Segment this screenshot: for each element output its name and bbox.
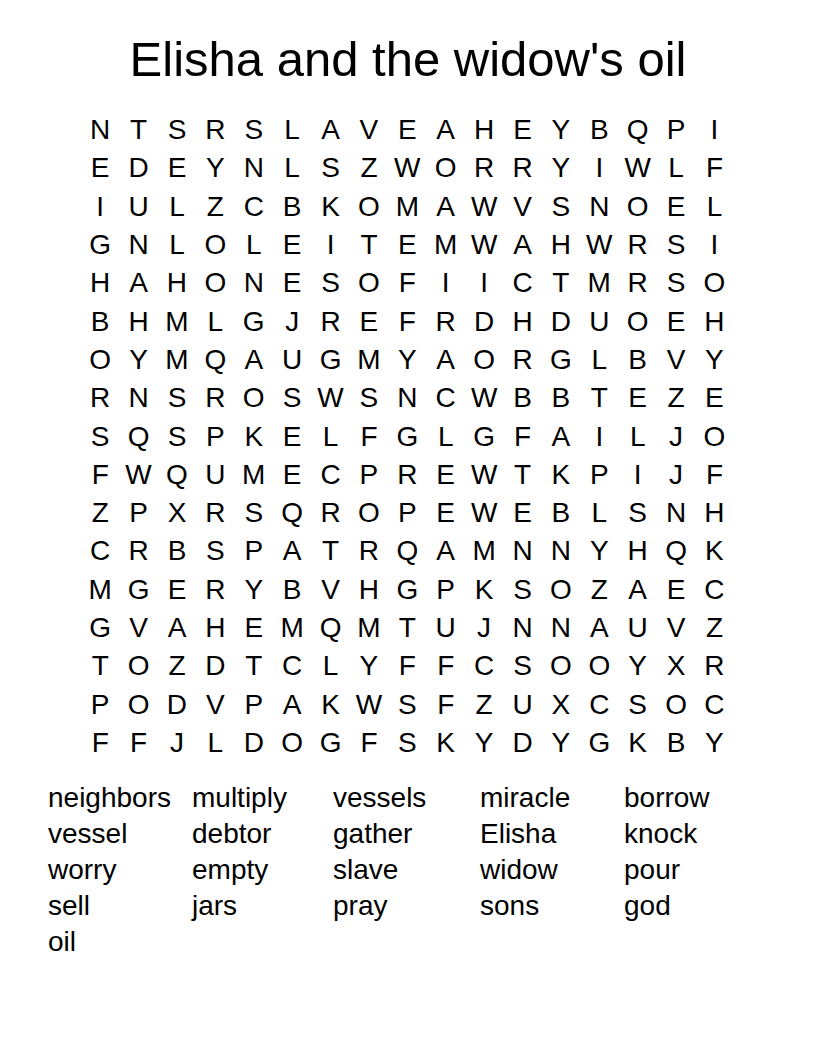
grid-cell-r7c12: R: [503, 341, 541, 379]
grid-cell-r15c7: L: [311, 647, 349, 685]
grid-cell-r5c12: C: [503, 264, 541, 302]
grid-cell-r4c11: W: [465, 226, 503, 264]
grid-cell-r8c4: R: [196, 379, 234, 417]
grid-cell-r10c2: W: [119, 456, 157, 494]
grid-cell-r15c9: F: [388, 647, 426, 685]
grid-cell-r6c8: E: [350, 302, 388, 340]
grid-cell-r11c3: X: [158, 494, 196, 532]
grid-cell-r12c8: R: [350, 532, 388, 570]
grid-cell-r6c1: B: [81, 302, 119, 340]
grid-cell-r2c13: Y: [542, 149, 580, 187]
grid-cell-r6c7: R: [311, 302, 349, 340]
word-list-column-5: borrowknockpourgod: [624, 780, 788, 960]
grid-cell-r14c4: H: [196, 609, 234, 647]
word-item: pray: [333, 888, 480, 924]
grid-cell-r14c12: N: [503, 609, 541, 647]
grid-cell-r7c9: Y: [388, 341, 426, 379]
word-item: Elisha: [480, 816, 624, 852]
grid-cell-r10c5: M: [235, 456, 273, 494]
grid-cell-r9c9: G: [388, 417, 426, 455]
grid-cell-r13c7: V: [311, 571, 349, 609]
grid-cell-r1c7: A: [311, 111, 349, 149]
grid-cell-r11c14: L: [580, 494, 618, 532]
word-item: sons: [480, 888, 624, 924]
grid-cell-r16c9: S: [388, 685, 426, 723]
grid-cell-r10c14: P: [580, 456, 618, 494]
grid-cell-r16c1: P: [81, 685, 119, 723]
grid-cell-r2c6: L: [273, 149, 311, 187]
grid-cell-r12c2: R: [119, 532, 157, 570]
grid-cell-r14c11: J: [465, 609, 503, 647]
grid-cell-r6c3: M: [158, 302, 196, 340]
word-item: borrow: [624, 780, 788, 816]
grid-cell-r8c16: Z: [657, 379, 695, 417]
word-item: debtor: [192, 816, 333, 852]
grid-cell-r6c12: H: [503, 302, 541, 340]
grid-cell-r5c11: I: [465, 264, 503, 302]
grid-cell-r17c12: D: [503, 724, 541, 762]
grid-cell-r5c5: N: [235, 264, 273, 302]
grid-cell-r16c5: P: [235, 685, 273, 723]
grid-cell-r5c10: I: [427, 264, 465, 302]
grid-cell-r1c8: V: [350, 111, 388, 149]
grid-cell-r1c17: I: [695, 111, 733, 149]
word-list-column-3: vesselsgatherslavepray: [333, 780, 480, 960]
grid-cell-r2c5: N: [235, 149, 273, 187]
grid-cell-r12c7: T: [311, 532, 349, 570]
grid-cell-r10c12: T: [503, 456, 541, 494]
grid-cell-r4c1: G: [81, 226, 119, 264]
grid-cell-r8c17: E: [695, 379, 733, 417]
grid-cell-r2c12: R: [503, 149, 541, 187]
grid-cell-r4c15: R: [618, 226, 656, 264]
grid-cell-r12c4: S: [196, 532, 234, 570]
word-item: neighbors: [48, 780, 192, 816]
grid-cell-r9c12: F: [503, 417, 541, 455]
grid-cell-r7c4: Q: [196, 341, 234, 379]
grid-cell-r13c15: A: [618, 571, 656, 609]
word-item: god: [624, 888, 788, 924]
word-item: pour: [624, 852, 788, 888]
grid-cell-r2c2: D: [119, 149, 157, 187]
grid-cell-r1c5: S: [235, 111, 273, 149]
grid-cell-r12c11: M: [465, 532, 503, 570]
grid-cell-r14c13: N: [542, 609, 580, 647]
grid-cell-r9c3: S: [158, 417, 196, 455]
grid-cell-r13c6: B: [273, 571, 311, 609]
grid-cell-r1c16: P: [657, 111, 695, 149]
grid-cell-r12c9: Q: [388, 532, 426, 570]
grid-cell-r11c7: R: [311, 494, 349, 532]
grid-cell-r9c2: Q: [119, 417, 157, 455]
grid-cell-r5c13: T: [542, 264, 580, 302]
word-list: neighborsvesselworryselloilmultiplydebto…: [48, 780, 788, 960]
grid-cell-r10c1: F: [81, 456, 119, 494]
grid-cell-r8c11: W: [465, 379, 503, 417]
grid-cell-r17c10: K: [427, 724, 465, 762]
word-search-grid: NTSRSLAVEAHEYBQPIEDEYNLSZWORRYIWLFIULZCB…: [81, 111, 734, 762]
grid-cell-r17c8: F: [350, 724, 388, 762]
grid-cell-r5c14: M: [580, 264, 618, 302]
grid-cell-r3c11: W: [465, 188, 503, 226]
grid-cell-r11c6: Q: [273, 494, 311, 532]
grid-cell-r15c13: O: [542, 647, 580, 685]
grid-cell-r7c17: Y: [695, 341, 733, 379]
grid-cell-r16c7: K: [311, 685, 349, 723]
grid-cell-r14c14: A: [580, 609, 618, 647]
grid-cell-r10c8: P: [350, 456, 388, 494]
grid-cell-r13c16: E: [657, 571, 695, 609]
grid-cell-r8c1: R: [81, 379, 119, 417]
grid-cell-r12c6: A: [273, 532, 311, 570]
grid-cell-r3c16: E: [657, 188, 695, 226]
word-list-column-4: miracleElishawidowsons: [480, 780, 624, 960]
grid-cell-r5c7: S: [311, 264, 349, 302]
grid-cell-r12c5: P: [235, 532, 273, 570]
grid-cell-r13c4: R: [196, 571, 234, 609]
grid-cell-r9c1: S: [81, 417, 119, 455]
grid-cell-r7c11: O: [465, 341, 503, 379]
grid-cell-r4c3: L: [158, 226, 196, 264]
grid-cell-r3c14: N: [580, 188, 618, 226]
grid-cell-r2c9: W: [388, 149, 426, 187]
grid-cell-r11c16: N: [657, 494, 695, 532]
grid-cell-r17c17: Y: [695, 724, 733, 762]
grid-cell-r12c14: Y: [580, 532, 618, 570]
word-item: oil: [48, 924, 192, 960]
grid-cell-r1c6: L: [273, 111, 311, 149]
grid-cell-r15c2: O: [119, 647, 157, 685]
grid-cell-r14c9: T: [388, 609, 426, 647]
grid-cell-r14c1: G: [81, 609, 119, 647]
grid-cell-r8c14: T: [580, 379, 618, 417]
grid-cell-r11c15: S: [618, 494, 656, 532]
grid-cell-r10c9: R: [388, 456, 426, 494]
grid-cell-r3c3: L: [158, 188, 196, 226]
grid-cell-r6c10: R: [427, 302, 465, 340]
grid-cell-r5c15: R: [618, 264, 656, 302]
grid-cell-r14c15: U: [618, 609, 656, 647]
grid-cell-r16c16: O: [657, 685, 695, 723]
grid-cell-r5c8: O: [350, 264, 388, 302]
grid-cell-r4c5: L: [235, 226, 273, 264]
grid-cell-r7c7: G: [311, 341, 349, 379]
grid-cell-r12c15: H: [618, 532, 656, 570]
grid-cell-r6c5: G: [235, 302, 273, 340]
grid-cell-r1c14: B: [580, 111, 618, 149]
grid-cell-r10c3: Q: [158, 456, 196, 494]
grid-cell-r12c13: N: [542, 532, 580, 570]
grid-cell-r16c6: A: [273, 685, 311, 723]
grid-cell-r2c17: F: [695, 149, 733, 187]
grid-cell-r11c5: S: [235, 494, 273, 532]
grid-cell-r3c7: K: [311, 188, 349, 226]
grid-cell-r7c10: A: [427, 341, 465, 379]
grid-cell-r9c11: G: [465, 417, 503, 455]
grid-cell-r12c12: N: [503, 532, 541, 570]
grid-cell-r9c13: A: [542, 417, 580, 455]
grid-cell-r15c17: R: [695, 647, 733, 685]
grid-cell-r14c6: M: [273, 609, 311, 647]
grid-cell-r7c1: O: [81, 341, 119, 379]
grid-cell-r6c2: H: [119, 302, 157, 340]
grid-cell-r6c14: U: [580, 302, 618, 340]
grid-cell-r8c15: E: [618, 379, 656, 417]
grid-cell-r3c12: V: [503, 188, 541, 226]
grid-cell-r3c17: L: [695, 188, 733, 226]
word-item: multiply: [192, 780, 333, 816]
grid-cell-r14c16: V: [657, 609, 695, 647]
grid-cell-r17c4: L: [196, 724, 234, 762]
grid-cell-r15c6: C: [273, 647, 311, 685]
grid-cell-r8c12: B: [503, 379, 541, 417]
grid-cell-r3c6: B: [273, 188, 311, 226]
grid-cell-r13c14: Z: [580, 571, 618, 609]
grid-cell-r16c8: W: [350, 685, 388, 723]
grid-cell-r16c14: C: [580, 685, 618, 723]
grid-cell-r6c4: L: [196, 302, 234, 340]
grid-cell-r17c16: B: [657, 724, 695, 762]
grid-cell-r2c15: W: [618, 149, 656, 187]
grid-cell-r13c5: Y: [235, 571, 273, 609]
grid-cell-r13c11: K: [465, 571, 503, 609]
grid-cell-r11c9: P: [388, 494, 426, 532]
grid-cell-r9c16: J: [657, 417, 695, 455]
grid-cell-r5c16: S: [657, 264, 695, 302]
grid-cell-r4c12: A: [503, 226, 541, 264]
grid-cell-r15c1: T: [81, 647, 119, 685]
grid-cell-r17c6: O: [273, 724, 311, 762]
grid-cell-r8c9: N: [388, 379, 426, 417]
grid-cell-r12c10: A: [427, 532, 465, 570]
grid-cell-r14c5: E: [235, 609, 273, 647]
grid-cell-r2c10: O: [427, 149, 465, 187]
grid-cell-r6c17: H: [695, 302, 733, 340]
grid-cell-r5c4: O: [196, 264, 234, 302]
grid-cell-r8c6: S: [273, 379, 311, 417]
grid-cell-r11c10: E: [427, 494, 465, 532]
grid-cell-r1c3: S: [158, 111, 196, 149]
grid-cell-r17c7: G: [311, 724, 349, 762]
grid-cell-r11c12: E: [503, 494, 541, 532]
grid-cell-r17c13: Y: [542, 724, 580, 762]
grid-cell-r13c10: P: [427, 571, 465, 609]
grid-cell-r17c2: F: [119, 724, 157, 762]
grid-cell-r16c2: O: [119, 685, 157, 723]
grid-cell-r15c10: F: [427, 647, 465, 685]
grid-cell-r9c6: E: [273, 417, 311, 455]
grid-cell-r5c3: H: [158, 264, 196, 302]
grid-cell-r15c16: X: [657, 647, 695, 685]
grid-cell-r10c13: K: [542, 456, 580, 494]
grid-cell-r10c17: F: [695, 456, 733, 494]
word-item: widow: [480, 852, 624, 888]
grid-cell-r13c8: H: [350, 571, 388, 609]
grid-cell-r7c15: B: [618, 341, 656, 379]
word-item: jars: [192, 888, 333, 924]
grid-cell-r10c11: W: [465, 456, 503, 494]
grid-cell-r15c3: Z: [158, 647, 196, 685]
grid-cell-r2c14: I: [580, 149, 618, 187]
grid-cell-r13c1: M: [81, 571, 119, 609]
grid-cell-r1c12: E: [503, 111, 541, 149]
grid-cell-r6c9: F: [388, 302, 426, 340]
grid-cell-r16c13: X: [542, 685, 580, 723]
grid-cell-r16c3: D: [158, 685, 196, 723]
grid-cell-r16c15: S: [618, 685, 656, 723]
grid-cell-r9c17: O: [695, 417, 733, 455]
word-list-column-2: multiplydebtoremptyjars: [192, 780, 333, 960]
grid-cell-r9c15: L: [618, 417, 656, 455]
grid-cell-r7c3: M: [158, 341, 196, 379]
grid-cell-r3c5: C: [235, 188, 273, 226]
word-item: vessels: [333, 780, 480, 816]
word-item: gather: [333, 816, 480, 852]
grid-cell-r10c4: U: [196, 456, 234, 494]
grid-cell-r8c8: S: [350, 379, 388, 417]
grid-cell-r7c14: L: [580, 341, 618, 379]
grid-cell-r17c14: G: [580, 724, 618, 762]
grid-cell-r10c7: C: [311, 456, 349, 494]
grid-cell-r5c6: E: [273, 264, 311, 302]
grid-cell-r15c14: O: [580, 647, 618, 685]
grid-cell-r13c13: O: [542, 571, 580, 609]
grid-cell-r1c4: R: [196, 111, 234, 149]
page-title: Elisha and the widow's oil: [0, 30, 816, 89]
grid-cell-r14c3: A: [158, 609, 196, 647]
grid-cell-r11c13: B: [542, 494, 580, 532]
grid-cell-r3c13: S: [542, 188, 580, 226]
grid-cell-r7c5: A: [235, 341, 273, 379]
grid-cell-r3c8: O: [350, 188, 388, 226]
grid-cell-r12c16: Q: [657, 532, 695, 570]
grid-cell-r17c11: Y: [465, 724, 503, 762]
grid-cell-r3c9: M: [388, 188, 426, 226]
grid-cell-r16c10: F: [427, 685, 465, 723]
grid-cell-r15c5: T: [235, 647, 273, 685]
grid-cell-r15c11: C: [465, 647, 503, 685]
grid-cell-r14c7: Q: [311, 609, 349, 647]
grid-cell-r13c12: S: [503, 571, 541, 609]
grid-cell-r2c4: Y: [196, 149, 234, 187]
grid-cell-r10c15: I: [618, 456, 656, 494]
grid-cell-r12c3: B: [158, 532, 196, 570]
grid-cell-r11c2: P: [119, 494, 157, 532]
grid-cell-r7c16: V: [657, 341, 695, 379]
grid-cell-r2c1: E: [81, 149, 119, 187]
grid-cell-r13c3: E: [158, 571, 196, 609]
grid-cell-r3c4: Z: [196, 188, 234, 226]
grid-cell-r17c1: F: [81, 724, 119, 762]
worksheet-page: Elisha and the widow's oil NTSRSLAVEAHEY…: [0, 0, 816, 1056]
grid-cell-r6c11: D: [465, 302, 503, 340]
word-item: empty: [192, 852, 333, 888]
grid-cell-r7c2: Y: [119, 341, 157, 379]
word-item: worry: [48, 852, 192, 888]
word-item: sell: [48, 888, 192, 924]
grid-cell-r8c13: B: [542, 379, 580, 417]
grid-cell-r11c1: Z: [81, 494, 119, 532]
grid-cell-r13c2: G: [119, 571, 157, 609]
grid-cell-r4c9: E: [388, 226, 426, 264]
grid-cell-r15c8: Y: [350, 647, 388, 685]
grid-cell-r16c12: U: [503, 685, 541, 723]
grid-cell-r8c10: C: [427, 379, 465, 417]
grid-cell-r13c17: C: [695, 571, 733, 609]
grid-cell-r9c14: I: [580, 417, 618, 455]
grid-cell-r11c17: H: [695, 494, 733, 532]
grid-cell-r11c8: O: [350, 494, 388, 532]
word-list-column-1: neighborsvesselworryselloil: [48, 780, 192, 960]
grid-cell-r9c8: F: [350, 417, 388, 455]
grid-cell-r2c16: L: [657, 149, 695, 187]
grid-cell-r11c11: W: [465, 494, 503, 532]
grid-cell-r14c17: Z: [695, 609, 733, 647]
grid-cell-r15c12: S: [503, 647, 541, 685]
grid-cell-r6c15: O: [618, 302, 656, 340]
grid-cell-r10c6: E: [273, 456, 311, 494]
grid-cell-r9c10: L: [427, 417, 465, 455]
grid-cell-r2c11: R: [465, 149, 503, 187]
grid-cell-r8c7: W: [311, 379, 349, 417]
grid-cell-r17c15: K: [618, 724, 656, 762]
grid-cell-r15c15: Y: [618, 647, 656, 685]
grid-cell-r4c8: T: [350, 226, 388, 264]
grid-cell-r16c11: Z: [465, 685, 503, 723]
grid-cell-r11c4: R: [196, 494, 234, 532]
grid-cell-r3c10: A: [427, 188, 465, 226]
grid-cell-r1c11: H: [465, 111, 503, 149]
grid-cell-r14c2: V: [119, 609, 157, 647]
word-item: vessel: [48, 816, 192, 852]
word-item: miracle: [480, 780, 624, 816]
grid-cell-r17c9: S: [388, 724, 426, 762]
grid-cell-r6c6: J: [273, 302, 311, 340]
grid-cell-r4c16: S: [657, 226, 695, 264]
grid-cell-r4c2: N: [119, 226, 157, 264]
grid-cell-r5c2: A: [119, 264, 157, 302]
grid-cell-r2c3: E: [158, 149, 196, 187]
grid-cell-r8c5: O: [235, 379, 273, 417]
grid-cell-r1c1: N: [81, 111, 119, 149]
grid-cell-r15c4: D: [196, 647, 234, 685]
grid-cell-r12c1: C: [81, 532, 119, 570]
grid-cell-r5c9: F: [388, 264, 426, 302]
grid-cell-r1c9: E: [388, 111, 426, 149]
word-item: knock: [624, 816, 788, 852]
grid-cell-r17c5: D: [235, 724, 273, 762]
grid-cell-r4c10: M: [427, 226, 465, 264]
grid-cell-r4c13: H: [542, 226, 580, 264]
grid-cell-r2c7: S: [311, 149, 349, 187]
grid-cell-r4c14: W: [580, 226, 618, 264]
grid-cell-r9c5: K: [235, 417, 273, 455]
grid-cell-r9c4: P: [196, 417, 234, 455]
grid-cell-r16c17: C: [695, 685, 733, 723]
grid-cell-r5c17: O: [695, 264, 733, 302]
grid-cell-r16c4: V: [196, 685, 234, 723]
grid-cell-r1c15: Q: [618, 111, 656, 149]
grid-cell-r1c13: Y: [542, 111, 580, 149]
grid-cell-r3c2: U: [119, 188, 157, 226]
grid-cell-r8c2: N: [119, 379, 157, 417]
grid-cell-r12c17: K: [695, 532, 733, 570]
grid-cell-r17c3: J: [158, 724, 196, 762]
word-item: slave: [333, 852, 480, 888]
grid-cell-r4c7: I: [311, 226, 349, 264]
grid-cell-r2c8: Z: [350, 149, 388, 187]
grid-cell-r4c4: O: [196, 226, 234, 264]
